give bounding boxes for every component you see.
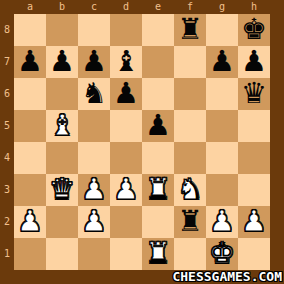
square-a5 xyxy=(14,110,46,142)
rank-label-3: 3 xyxy=(0,174,14,206)
square-c2: ♟ xyxy=(78,206,110,238)
square-g2: ♟ xyxy=(206,206,238,238)
rank-labels: 87654321 xyxy=(0,14,14,270)
file-label-a: a xyxy=(14,0,46,14)
piece-black-pawn: ♟ xyxy=(17,47,43,76)
file-label-e: e xyxy=(142,0,174,14)
square-d2 xyxy=(110,206,142,238)
square-g3 xyxy=(206,174,238,206)
square-f7 xyxy=(174,46,206,78)
square-c6: ♞ xyxy=(78,78,110,110)
rank-label-1: 1 xyxy=(0,238,14,270)
square-f1 xyxy=(174,238,206,270)
piece-black-pawn: ♟ xyxy=(113,79,139,108)
square-a1 xyxy=(14,238,46,270)
square-b6 xyxy=(46,78,78,110)
square-c1 xyxy=(78,238,110,270)
square-h3 xyxy=(238,174,270,206)
square-a4 xyxy=(14,142,46,174)
square-e2 xyxy=(142,206,174,238)
square-g7: ♟ xyxy=(206,46,238,78)
piece-black-queen: ♛ xyxy=(241,79,267,108)
square-a8 xyxy=(14,14,46,46)
square-h5 xyxy=(238,110,270,142)
piece-black-pawn: ♟ xyxy=(81,47,107,76)
square-d3: ♟ xyxy=(110,174,142,206)
rank-label-4: 4 xyxy=(0,142,14,174)
square-h8: ♚ xyxy=(238,14,270,46)
rank-label-7: 7 xyxy=(0,46,14,78)
square-c5 xyxy=(78,110,110,142)
square-b1 xyxy=(46,238,78,270)
square-c4 xyxy=(78,142,110,174)
piece-white-rook: ♜ xyxy=(145,175,171,204)
square-h1 xyxy=(238,238,270,270)
piece-white-pawn: ♟ xyxy=(17,207,43,236)
square-f2: ♜ xyxy=(174,206,206,238)
square-b3: ♛ xyxy=(46,174,78,206)
rank-label-5: 5 xyxy=(0,110,14,142)
square-a3 xyxy=(14,174,46,206)
piece-white-rook: ♜ xyxy=(145,239,171,268)
square-a6 xyxy=(14,78,46,110)
square-a2: ♟ xyxy=(14,206,46,238)
rank-label-8: 8 xyxy=(0,14,14,46)
chessgames-watermark: CHESSGAMES.COM xyxy=(172,270,282,284)
file-label-b: b xyxy=(46,0,78,14)
piece-white-queen: ♛ xyxy=(49,175,75,204)
square-a7: ♟ xyxy=(14,46,46,78)
square-f5 xyxy=(174,110,206,142)
square-h6: ♛ xyxy=(238,78,270,110)
piece-white-bishop: ♝ xyxy=(49,111,75,140)
square-b7: ♟ xyxy=(46,46,78,78)
piece-white-pawn: ♟ xyxy=(81,207,107,236)
file-labels: abcdefgh xyxy=(14,0,270,14)
square-e8 xyxy=(142,14,174,46)
piece-black-bishop: ♝ xyxy=(113,47,139,76)
square-d7: ♝ xyxy=(110,46,142,78)
chess-board-diagram: abcdefgh 87654321 ♜♚♟♟♟♝♟♟♞♟♛♝♟♛♟♟♜♞♟♟♜♟… xyxy=(0,0,284,284)
square-f4 xyxy=(174,142,206,174)
piece-black-knight: ♞ xyxy=(81,79,107,108)
square-g8 xyxy=(206,14,238,46)
square-d5 xyxy=(110,110,142,142)
square-g4 xyxy=(206,142,238,174)
piece-black-pawn: ♟ xyxy=(145,111,171,140)
square-b8 xyxy=(46,14,78,46)
piece-white-pawn: ♟ xyxy=(209,207,235,236)
piece-black-pawn: ♟ xyxy=(241,47,267,76)
square-e4 xyxy=(142,142,174,174)
square-e1: ♜ xyxy=(142,238,174,270)
square-e5: ♟ xyxy=(142,110,174,142)
square-b5: ♝ xyxy=(46,110,78,142)
square-g5 xyxy=(206,110,238,142)
square-b2 xyxy=(46,206,78,238)
square-g6 xyxy=(206,78,238,110)
piece-white-king: ♚ xyxy=(209,239,235,268)
square-e7 xyxy=(142,46,174,78)
rank-label-2: 2 xyxy=(0,206,14,238)
piece-black-rook: ♜ xyxy=(177,15,203,44)
file-label-g: g xyxy=(206,0,238,14)
piece-black-pawn: ♟ xyxy=(49,47,75,76)
square-d4 xyxy=(110,142,142,174)
square-e6 xyxy=(142,78,174,110)
square-c8 xyxy=(78,14,110,46)
file-label-d: d xyxy=(110,0,142,14)
square-h4 xyxy=(238,142,270,174)
square-h7: ♟ xyxy=(238,46,270,78)
square-f6 xyxy=(174,78,206,110)
piece-white-knight: ♞ xyxy=(177,175,203,204)
piece-black-king: ♚ xyxy=(241,15,267,44)
square-c3: ♟ xyxy=(78,174,110,206)
square-f8: ♜ xyxy=(174,14,206,46)
square-d8 xyxy=(110,14,142,46)
square-c7: ♟ xyxy=(78,46,110,78)
square-d6: ♟ xyxy=(110,78,142,110)
square-e3: ♜ xyxy=(142,174,174,206)
piece-white-pawn: ♟ xyxy=(113,175,139,204)
piece-white-pawn: ♟ xyxy=(241,207,267,236)
piece-black-pawn: ♟ xyxy=(209,47,235,76)
piece-white-pawn: ♟ xyxy=(81,175,107,204)
square-b4 xyxy=(46,142,78,174)
square-h2: ♟ xyxy=(238,206,270,238)
chess-board: ♜♚♟♟♟♝♟♟♞♟♛♝♟♛♟♟♜♞♟♟♜♟♟♜♚ xyxy=(14,14,270,270)
rank-label-6: 6 xyxy=(0,78,14,110)
square-g1: ♚ xyxy=(206,238,238,270)
square-d1 xyxy=(110,238,142,270)
file-label-c: c xyxy=(78,0,110,14)
square-f3: ♞ xyxy=(174,174,206,206)
piece-black-rook: ♜ xyxy=(177,207,203,236)
